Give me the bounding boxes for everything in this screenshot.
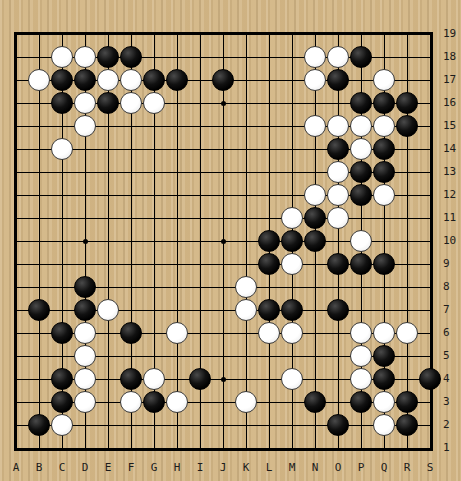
go-board-screen: ABCDEFGHIJKLMNOPQRS191817161514131211109…	[0, 0, 461, 481]
stone-black-R3[interactable]	[396, 391, 418, 413]
row-label-9: 9	[443, 257, 461, 271]
stone-white-N15[interactable]	[304, 115, 326, 137]
stone-white-P4[interactable]	[350, 368, 372, 390]
column-label-C: C	[54, 461, 70, 475]
stone-white-Q17[interactable]	[373, 69, 395, 91]
stone-black-P3[interactable]	[350, 391, 372, 413]
stone-black-O7[interactable]	[327, 299, 349, 321]
stone-white-P10[interactable]	[350, 230, 372, 252]
stone-black-Q14[interactable]	[373, 138, 395, 160]
stone-black-C4[interactable]	[51, 368, 73, 390]
stone-white-D15[interactable]	[74, 115, 96, 137]
row-label-1: 1	[443, 441, 461, 455]
stone-black-O2[interactable]	[327, 414, 349, 436]
stone-white-F3[interactable]	[120, 391, 142, 413]
stone-white-G16[interactable]	[143, 92, 165, 114]
stone-black-O17[interactable]	[327, 69, 349, 91]
stone-white-D18[interactable]	[74, 46, 96, 68]
stone-black-P16[interactable]	[350, 92, 372, 114]
stone-black-N10[interactable]	[304, 230, 326, 252]
stone-black-H17[interactable]	[166, 69, 188, 91]
column-label-J: J	[215, 461, 231, 475]
column-label-R: R	[399, 461, 415, 475]
stone-black-S4[interactable]	[419, 368, 441, 390]
column-label-A: A	[8, 461, 24, 475]
column-label-N: N	[307, 461, 323, 475]
stone-white-D6[interactable]	[74, 322, 96, 344]
column-label-O: O	[330, 461, 346, 475]
row-label-15: 15	[443, 119, 461, 133]
column-label-E: E	[100, 461, 116, 475]
stone-white-L6[interactable]	[258, 322, 280, 344]
star-point-J4	[221, 377, 226, 382]
stone-white-E17[interactable]	[97, 69, 119, 91]
star-point-J16	[221, 101, 226, 106]
column-label-I: I	[192, 461, 208, 475]
row-label-8: 8	[443, 280, 461, 294]
stone-white-E7[interactable]	[97, 299, 119, 321]
stone-black-B7[interactable]	[28, 299, 50, 321]
stone-white-C2[interactable]	[51, 414, 73, 436]
stone-black-Q5[interactable]	[373, 345, 395, 367]
stone-black-Q13[interactable]	[373, 161, 395, 183]
row-label-11: 11	[443, 211, 461, 225]
stone-white-H6[interactable]	[166, 322, 188, 344]
stone-black-D17[interactable]	[74, 69, 96, 91]
row-label-19: 19	[443, 27, 461, 41]
stone-white-Q3[interactable]	[373, 391, 395, 413]
stone-black-C16[interactable]	[51, 92, 73, 114]
row-label-4: 4	[443, 372, 461, 386]
stone-white-B17[interactable]	[28, 69, 50, 91]
column-label-K: K	[238, 461, 254, 475]
row-label-10: 10	[443, 234, 461, 248]
stone-black-Q4[interactable]	[373, 368, 395, 390]
row-label-18: 18	[443, 50, 461, 64]
stone-white-C14[interactable]	[51, 138, 73, 160]
stone-black-I4[interactable]	[189, 368, 211, 390]
stone-white-Q15[interactable]	[373, 115, 395, 137]
stone-black-F18[interactable]	[120, 46, 142, 68]
stone-black-P12[interactable]	[350, 184, 372, 206]
stone-black-J17[interactable]	[212, 69, 234, 91]
stone-black-P9[interactable]	[350, 253, 372, 275]
row-label-12: 12	[443, 188, 461, 202]
stone-white-G4[interactable]	[143, 368, 165, 390]
stone-black-B2[interactable]	[28, 414, 50, 436]
column-label-H: H	[169, 461, 185, 475]
stone-black-C17[interactable]	[51, 69, 73, 91]
stone-black-Q9[interactable]	[373, 253, 395, 275]
row-label-7: 7	[443, 303, 461, 317]
stone-white-N12[interactable]	[304, 184, 326, 206]
stone-white-M9[interactable]	[281, 253, 303, 275]
column-label-L: L	[261, 461, 277, 475]
stone-black-R15[interactable]	[396, 115, 418, 137]
row-label-6: 6	[443, 326, 461, 340]
stone-white-R6[interactable]	[396, 322, 418, 344]
column-label-G: G	[146, 461, 162, 475]
stone-white-Q12[interactable]	[373, 184, 395, 206]
column-label-P: P	[353, 461, 369, 475]
stone-white-D16[interactable]	[74, 92, 96, 114]
stone-white-F16[interactable]	[120, 92, 142, 114]
column-label-M: M	[284, 461, 300, 475]
stone-white-D4[interactable]	[74, 368, 96, 390]
row-label-16: 16	[443, 96, 461, 110]
column-label-Q: Q	[376, 461, 392, 475]
stone-black-R16[interactable]	[396, 92, 418, 114]
stone-white-P14[interactable]	[350, 138, 372, 160]
column-label-F: F	[123, 461, 139, 475]
stone-white-C18[interactable]	[51, 46, 73, 68]
stone-white-O13[interactable]	[327, 161, 349, 183]
stone-white-P15[interactable]	[350, 115, 372, 137]
row-label-3: 3	[443, 395, 461, 409]
stone-white-N18[interactable]	[304, 46, 326, 68]
column-label-D: D	[77, 461, 93, 475]
stone-white-Q6[interactable]	[373, 322, 395, 344]
stone-black-Q16[interactable]	[373, 92, 395, 114]
stone-white-O15[interactable]	[327, 115, 349, 137]
stone-black-D7[interactable]	[74, 299, 96, 321]
star-point-J10	[221, 239, 226, 244]
stone-black-D8[interactable]	[74, 276, 96, 298]
stone-black-G17[interactable]	[143, 69, 165, 91]
stone-black-M10[interactable]	[281, 230, 303, 252]
stone-white-P5[interactable]	[350, 345, 372, 367]
stone-white-F17[interactable]	[120, 69, 142, 91]
stone-black-N3[interactable]	[304, 391, 326, 413]
row-label-13: 13	[443, 165, 461, 179]
stone-black-O9[interactable]	[327, 253, 349, 275]
column-label-B: B	[31, 461, 47, 475]
stone-white-D3[interactable]	[74, 391, 96, 413]
row-label-5: 5	[443, 349, 461, 363]
stone-white-M6[interactable]	[281, 322, 303, 344]
stone-black-L7[interactable]	[258, 299, 280, 321]
stone-white-Q2[interactable]	[373, 414, 395, 436]
stone-white-O11[interactable]	[327, 207, 349, 229]
stone-white-K3[interactable]	[235, 391, 257, 413]
stone-white-H3[interactable]	[166, 391, 188, 413]
stone-black-R2[interactable]	[396, 414, 418, 436]
star-point-D10	[83, 239, 88, 244]
column-label-S: S	[422, 461, 438, 475]
stone-white-O18[interactable]	[327, 46, 349, 68]
stone-white-D5[interactable]	[74, 345, 96, 367]
stone-white-M4[interactable]	[281, 368, 303, 390]
stone-black-N11[interactable]	[304, 207, 326, 229]
stone-black-E18[interactable]	[97, 46, 119, 68]
stone-black-C3[interactable]	[51, 391, 73, 413]
row-label-2: 2	[443, 418, 461, 432]
stone-white-O12[interactable]	[327, 184, 349, 206]
row-label-17: 17	[443, 73, 461, 87]
stone-black-G3[interactable]	[143, 391, 165, 413]
stone-black-L10[interactable]	[258, 230, 280, 252]
stone-black-M7[interactable]	[281, 299, 303, 321]
stone-white-K8[interactable]	[235, 276, 257, 298]
stone-black-F6[interactable]	[120, 322, 142, 344]
stone-black-E16[interactable]	[97, 92, 119, 114]
stone-black-P13[interactable]	[350, 161, 372, 183]
stone-black-P18[interactable]	[350, 46, 372, 68]
row-label-14: 14	[443, 142, 461, 156]
stone-white-M11[interactable]	[281, 207, 303, 229]
stone-white-N17[interactable]	[304, 69, 326, 91]
stone-black-L9[interactable]	[258, 253, 280, 275]
stone-black-F4[interactable]	[120, 368, 142, 390]
stone-black-O14[interactable]	[327, 138, 349, 160]
stone-black-C6[interactable]	[51, 322, 73, 344]
stone-white-K7[interactable]	[235, 299, 257, 321]
stone-white-P6[interactable]	[350, 322, 372, 344]
